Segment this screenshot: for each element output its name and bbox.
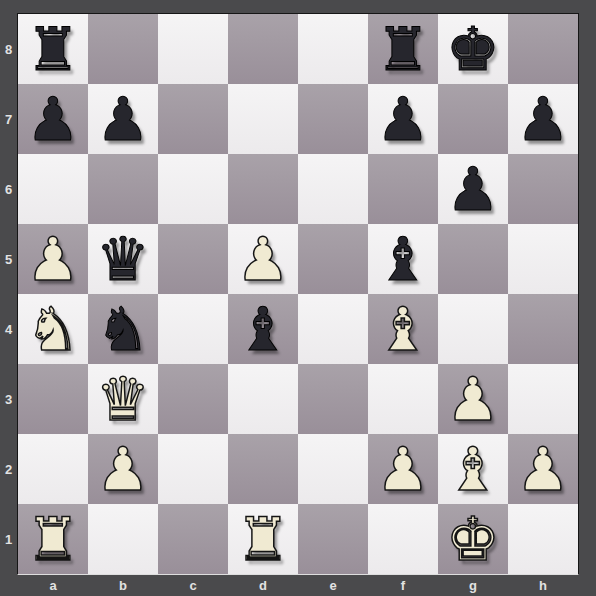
file-label-c: c [158, 574, 228, 596]
square-h5[interactable] [508, 224, 578, 294]
square-g8[interactable]: ♚ [438, 14, 508, 84]
square-h4[interactable] [508, 294, 578, 364]
rank-label-5: 5 [0, 224, 17, 294]
square-c1[interactable] [158, 504, 228, 574]
square-g6[interactable]: ♟ [438, 154, 508, 224]
piece-white-queen[interactable]: ♛ [96, 369, 150, 429]
square-g5[interactable] [438, 224, 508, 294]
file-label-e: e [298, 574, 368, 596]
square-f3[interactable] [368, 364, 438, 434]
file-label-a: a [18, 574, 88, 596]
square-c6[interactable] [158, 154, 228, 224]
file-label-g: g [438, 574, 508, 596]
square-e4[interactable] [298, 294, 368, 364]
file-label-h: h [508, 574, 578, 596]
square-f6[interactable] [368, 154, 438, 224]
square-d4[interactable]: ♝ [228, 294, 298, 364]
square-f2[interactable]: ♟ [368, 434, 438, 504]
square-e7[interactable] [298, 84, 368, 154]
file-label-f: f [368, 574, 438, 596]
square-e2[interactable] [298, 434, 368, 504]
piece-white-pawn[interactable]: ♟ [376, 439, 430, 499]
square-b6[interactable] [88, 154, 158, 224]
square-d5[interactable]: ♟ [228, 224, 298, 294]
square-a3[interactable] [18, 364, 88, 434]
square-a4[interactable]: ♞ [18, 294, 88, 364]
piece-black-pawn[interactable]: ♟ [376, 89, 430, 149]
square-d6[interactable] [228, 154, 298, 224]
piece-black-rook[interactable]: ♜ [26, 19, 80, 79]
square-a6[interactable] [18, 154, 88, 224]
square-c3[interactable] [158, 364, 228, 434]
piece-black-pawn[interactable]: ♟ [26, 89, 80, 149]
square-h1[interactable] [508, 504, 578, 574]
square-e6[interactable] [298, 154, 368, 224]
piece-white-bishop[interactable]: ♝ [376, 299, 430, 359]
square-b5[interactable]: ♛ [88, 224, 158, 294]
square-f5[interactable]: ♝ [368, 224, 438, 294]
square-g3[interactable]: ♟ [438, 364, 508, 434]
piece-black-knight[interactable]: ♞ [96, 299, 150, 359]
rank-label-4: 4 [0, 294, 17, 364]
piece-black-pawn[interactable]: ♟ [446, 159, 500, 219]
square-g7[interactable] [438, 84, 508, 154]
piece-black-king[interactable]: ♚ [446, 19, 500, 79]
square-h3[interactable] [508, 364, 578, 434]
square-c2[interactable] [158, 434, 228, 504]
rank-label-1: 1 [0, 504, 17, 574]
square-a1[interactable]: ♜ [18, 504, 88, 574]
square-h6[interactable] [508, 154, 578, 224]
file-label-b: b [88, 574, 158, 596]
rank-label-3: 3 [0, 364, 17, 434]
piece-white-pawn[interactable]: ♟ [96, 439, 150, 499]
square-e5[interactable] [298, 224, 368, 294]
square-h2[interactable]: ♟ [508, 434, 578, 504]
square-g1[interactable]: ♚ [438, 504, 508, 574]
square-c5[interactable] [158, 224, 228, 294]
square-b3[interactable]: ♛ [88, 364, 158, 434]
piece-white-rook[interactable]: ♜ [236, 509, 290, 569]
square-d3[interactable] [228, 364, 298, 434]
piece-black-queen[interactable]: ♛ [96, 229, 150, 289]
piece-white-bishop[interactable]: ♝ [446, 439, 500, 499]
rank-coordinates: 87654321 [0, 14, 17, 574]
piece-black-bishop[interactable]: ♝ [236, 299, 290, 359]
square-a5[interactable]: ♟ [18, 224, 88, 294]
chessboard-frame: ♜♜♚♟♟♟♟♟♟♛♟♝♞♞♝♝♛♟♟♟♝♟♜♜♚ 87654321 abcde… [0, 0, 596, 596]
piece-white-pawn[interactable]: ♟ [236, 229, 290, 289]
square-h7[interactable]: ♟ [508, 84, 578, 154]
square-c7[interactable] [158, 84, 228, 154]
square-d8[interactable] [228, 14, 298, 84]
file-coordinates: abcdefgh [18, 574, 578, 596]
chessboard: ♜♜♚♟♟♟♟♟♟♛♟♝♞♞♝♝♛♟♟♟♝♟♜♜♚ [17, 13, 579, 575]
square-a7[interactable]: ♟ [18, 84, 88, 154]
square-b4[interactable]: ♞ [88, 294, 158, 364]
square-c8[interactable] [158, 14, 228, 84]
rank-label-6: 6 [0, 154, 17, 224]
square-b1[interactable] [88, 504, 158, 574]
piece-black-rook[interactable]: ♜ [376, 19, 430, 79]
rank-label-2: 2 [0, 434, 17, 504]
rank-label-8: 8 [0, 14, 17, 84]
piece-black-pawn[interactable]: ♟ [516, 89, 570, 149]
square-f8[interactable]: ♜ [368, 14, 438, 84]
square-d7[interactable] [228, 84, 298, 154]
square-f7[interactable]: ♟ [368, 84, 438, 154]
square-b8[interactable] [88, 14, 158, 84]
piece-white-king[interactable]: ♚ [446, 509, 500, 569]
rank-label-7: 7 [0, 84, 17, 154]
square-b7[interactable]: ♟ [88, 84, 158, 154]
piece-white-pawn[interactable]: ♟ [446, 369, 500, 429]
square-b2[interactable]: ♟ [88, 434, 158, 504]
square-f4[interactable]: ♝ [368, 294, 438, 364]
square-d1[interactable]: ♜ [228, 504, 298, 574]
file-label-d: d [228, 574, 298, 596]
square-g2[interactable]: ♝ [438, 434, 508, 504]
piece-white-pawn[interactable]: ♟ [516, 439, 570, 499]
square-a2[interactable] [18, 434, 88, 504]
piece-black-pawn[interactable]: ♟ [96, 89, 150, 149]
square-a8[interactable]: ♜ [18, 14, 88, 84]
piece-black-bishop[interactable]: ♝ [376, 229, 430, 289]
square-h8[interactable] [508, 14, 578, 84]
square-c4[interactable] [158, 294, 228, 364]
square-e3[interactable] [298, 364, 368, 434]
piece-white-pawn[interactable]: ♟ [26, 229, 80, 289]
square-e1[interactable] [298, 504, 368, 574]
square-g4[interactable] [438, 294, 508, 364]
piece-white-knight[interactable]: ♞ [26, 299, 80, 359]
piece-white-rook[interactable]: ♜ [26, 509, 80, 569]
square-f1[interactable] [368, 504, 438, 574]
square-d2[interactable] [228, 434, 298, 504]
square-e8[interactable] [298, 14, 368, 84]
